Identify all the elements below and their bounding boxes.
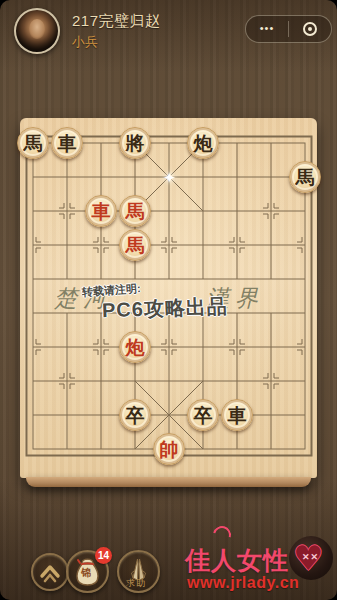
piece-red-chariot[interactable]: 車 <box>85 195 117 227</box>
watermark-brand: PC6攻略出品 <box>102 293 229 324</box>
piece-black-chariot[interactable]: 車 <box>221 399 253 431</box>
bag-label: 锦 <box>81 566 91 580</box>
piece-black-cannon[interactable]: 炮 <box>187 127 219 159</box>
piece-black-general[interactable]: 將 <box>119 127 151 159</box>
more-button[interactable]: ••• <box>246 16 288 42</box>
piece-black-chariot[interactable]: 車 <box>51 127 83 159</box>
board-edge <box>26 477 311 487</box>
avatar[interactable] <box>14 8 60 54</box>
level-subtitle: 小兵 <box>72 33 98 51</box>
sparkle-marker-icon: ✦ <box>162 170 177 185</box>
more-icon: ••• <box>260 23 275 35</box>
site-url: www.jrlady.cn <box>187 574 299 592</box>
header: 217完璧归赵 小兵 ••• <box>0 0 337 60</box>
heart-eyes: ✕✕ <box>302 552 319 562</box>
expand-menu-button[interactable] <box>31 553 69 591</box>
piece-red-horse[interactable]: 馬 <box>119 229 151 261</box>
app-screen: 217完璧归赵 小兵 ••• 楚河 漢界 转载请注明: PC6攻略出品 ✦ 馬車… <box>0 0 337 600</box>
piece-black-pawn[interactable]: 卒 <box>187 399 219 431</box>
piece-red-cannon[interactable]: 炮 <box>119 331 151 363</box>
wechat-capsule: ••• <box>245 15 332 43</box>
ask-help-button[interactable]: 求助 <box>117 550 160 593</box>
piece-black-horse[interactable]: 馬 <box>17 127 49 159</box>
chevron-up-icon <box>33 555 67 589</box>
level-title: 217完璧归赵 <box>72 12 161 31</box>
piece-red-horse[interactable]: 馬 <box>119 195 151 227</box>
site-brand: 佳人女性 <box>185 544 289 577</box>
minimize-icon <box>303 22 317 36</box>
piece-red-general[interactable]: 帥 <box>153 433 185 465</box>
hint-count-badge: 14 <box>95 547 112 564</box>
minimize-button[interactable] <box>289 16 331 42</box>
site-watermark: 佳人女性 ♥ ✕✕ www.jrlady.cn <box>183 530 335 594</box>
hint-bag-button[interactable]: 锦 14 <box>66 550 109 593</box>
piece-black-pawn[interactable]: 卒 <box>119 399 151 431</box>
help-label: 求助 <box>126 577 146 590</box>
piece-black-horse[interactable]: 馬 <box>289 161 321 193</box>
xiangqi-board: 楚河 漢界 转载请注明: PC6攻略出品 ✦ 馬車將炮馬車馬馬炮卒卒車帥 <box>20 118 317 478</box>
